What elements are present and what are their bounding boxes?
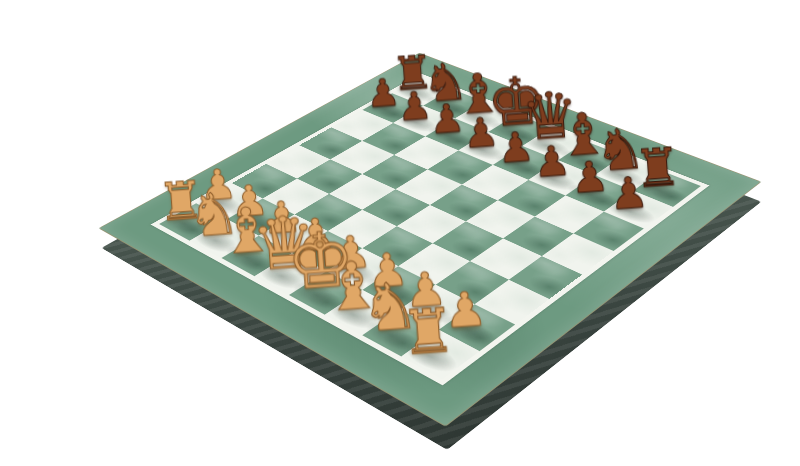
square-f5[interactable] (466, 200, 535, 238)
piece-black-pawn[interactable]: ♟ (603, 171, 655, 217)
board-grid: ♜♞♝♚♛♝♞♜♟♟♟♟♟♟♟♟♟♟♟♟♟♟♟♟♜♞♝♛♚♝♞♜ (159, 77, 701, 379)
piece-white-rook[interactable]: ♜ (398, 299, 458, 363)
chess-board: ♜♞♝♚♛♝♞♜♟♟♟♟♟♟♟♟♟♟♟♟♟♟♟♟♜♞♝♛♚♝♞♜ (98, 53, 761, 427)
chess-photo-scene: ♜♞♝♚♛♝♞♜♟♟♟♟♟♟♟♟♟♟♟♟♟♟♟♟♜♞♝♛♚♝♞♜ (0, 0, 800, 466)
square-h7[interactable]: ♟ (604, 191, 673, 229)
board-marble-border: ♜♞♝♚♛♝♞♜♟♟♟♟♟♟♟♟♟♟♟♟♟♟♟♟♜♞♝♛♚♝♞♜ (98, 53, 761, 427)
